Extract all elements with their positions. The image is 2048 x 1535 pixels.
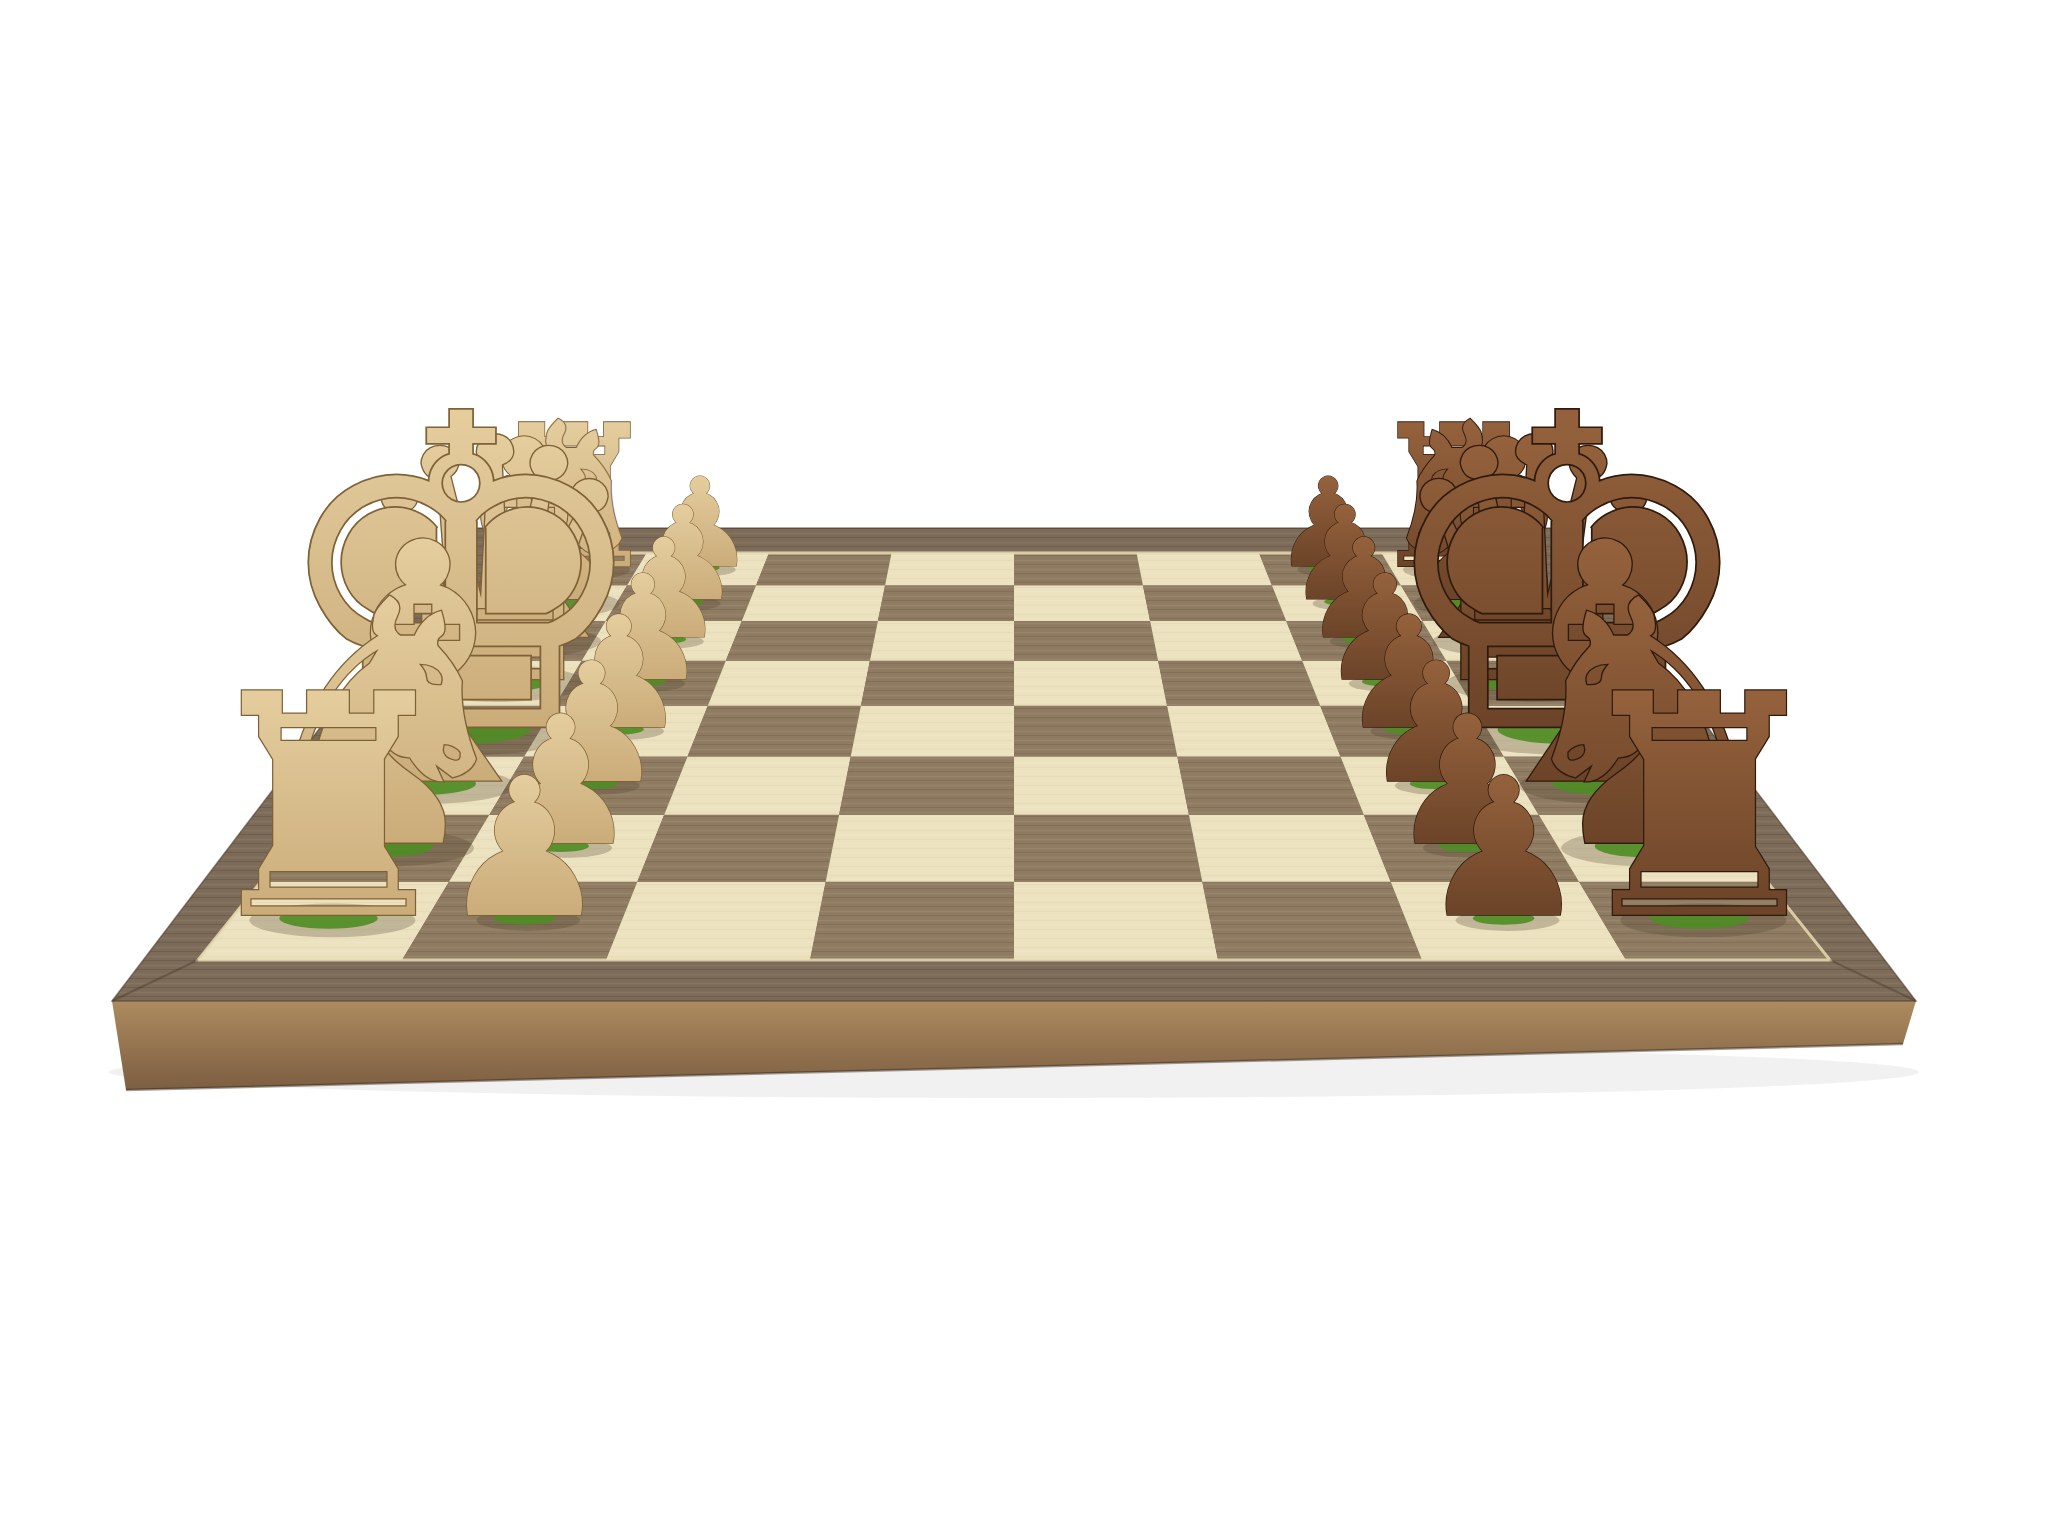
white-pawn-glyph: ♟ — [438, 737, 610, 960]
piece-white-pawn-h2[interactable]: ♟ — [438, 737, 610, 960]
square-e3[interactable] — [688, 706, 861, 757]
square-d3[interactable] — [708, 661, 870, 706]
square-d4[interactable] — [861, 661, 1014, 706]
square-b4[interactable] — [878, 585, 1014, 621]
square-e4[interactable] — [851, 706, 1014, 757]
chess-board: ♜♜♟♟♞♞♟♟♝♝♟♟♛♛♟♟♚♚♟♟♝♝♟♟♞♞♟♟♜♜♟♟ — [0, 0, 2048, 1535]
white-rook-glyph: ♜ — [191, 630, 466, 987]
black-rook-glyph: ♜ — [1562, 630, 1837, 987]
square-g6[interactable] — [1189, 815, 1391, 882]
square-c3[interactable] — [726, 621, 878, 661]
square-f6[interactable] — [1177, 757, 1364, 815]
square-d5[interactable] — [1014, 661, 1167, 706]
square-g5[interactable] — [1014, 815, 1202, 882]
square-h6[interactable] — [1202, 882, 1422, 960]
square-g4[interactable] — [826, 815, 1014, 882]
square-d6[interactable] — [1158, 661, 1320, 706]
square-c4[interactable] — [870, 621, 1014, 661]
square-c5[interactable] — [1014, 621, 1158, 661]
square-b3[interactable] — [742, 585, 885, 621]
square-g3[interactable] — [637, 815, 839, 882]
black-pawn-glyph: ♟ — [1418, 737, 1590, 960]
square-a4[interactable] — [885, 553, 1014, 585]
square-h4[interactable] — [810, 882, 1014, 960]
square-b6[interactable] — [1143, 585, 1286, 621]
square-b5[interactable] — [1014, 585, 1150, 621]
square-h3[interactable] — [606, 882, 826, 960]
square-a6[interactable] — [1137, 553, 1272, 585]
square-h5[interactable] — [1014, 882, 1218, 960]
square-c6[interactable] — [1150, 621, 1302, 661]
square-a5[interactable] — [1014, 553, 1143, 585]
square-f4[interactable] — [839, 757, 1014, 815]
piece-white-rook-h1[interactable]: ♜ — [191, 630, 466, 987]
piece-black-pawn-h7[interactable]: ♟ — [1418, 737, 1590, 960]
square-e6[interactable] — [1167, 706, 1340, 757]
square-f5[interactable] — [1014, 757, 1189, 815]
chess-set-photo: ♜♜♟♟♞♞♟♟♝♝♟♟♛♛♟♟♚♚♟♟♝♝♟♟♞♞♟♟♜♜♟♟ — [0, 0, 2048, 1535]
square-f3[interactable] — [664, 757, 851, 815]
square-a3[interactable] — [756, 553, 891, 585]
piece-black-rook-h8[interactable]: ♜ — [1562, 630, 1837, 987]
square-e5[interactable] — [1014, 706, 1177, 757]
